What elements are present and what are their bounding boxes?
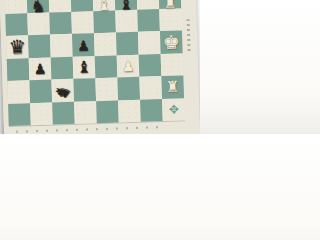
square-r6c7[interactable]: [140, 99, 163, 122]
square-r5c7[interactable]: [139, 76, 162, 99]
white-pawn[interactable]: ♟: [122, 59, 135, 73]
square-r4c4[interactable]: ♝: [73, 56, 96, 79]
square-r2c1[interactable]: [5, 13, 28, 36]
black-queen[interactable]: ♛: [9, 37, 27, 57]
square-r5c8[interactable]: ♜: [161, 76, 184, 99]
square-r3c2[interactable]: [28, 35, 51, 58]
black-bishop[interactable]: ♝: [77, 59, 92, 75]
board-grid: ♞♝♝♜♛♟♚♟♝♟♞♜✥: [5, 0, 185, 127]
square-r1c2[interactable]: ♞: [27, 0, 49, 13]
square-r5c6[interactable]: [117, 77, 140, 100]
square-r6c5[interactable]: [96, 100, 119, 123]
square-r4c2[interactable]: ♟: [29, 57, 52, 80]
square-r6c2[interactable]: [30, 102, 53, 125]
square-r6c1[interactable]: [8, 103, 31, 126]
square-r3c7[interactable]: [138, 31, 161, 54]
square-r1c3[interactable]: [49, 0, 71, 13]
square-r5c1[interactable]: [7, 80, 30, 103]
square-r4c8[interactable]: [161, 53, 184, 76]
square-r6c3[interactable]: [52, 101, 75, 124]
square-r3c1[interactable]: ♛: [6, 36, 29, 59]
square-r2c7[interactable]: [137, 9, 160, 32]
square-r3c4[interactable]: ♟: [72, 34, 95, 57]
black-bishop[interactable]: ♝: [119, 0, 134, 12]
square-r4c7[interactable]: [139, 54, 162, 77]
square-r5c3[interactable]: ♞: [51, 79, 74, 102]
square-r5c5[interactable]: [95, 78, 118, 101]
black-pawn[interactable]: ♟: [77, 38, 90, 52]
board-maker-logo: ✥: [166, 102, 181, 117]
chess-board: ♞♝♝♜♛♟♚♟♝♟♞♜✥: [0, 0, 200, 134]
square-r4c6[interactable]: ♟: [117, 55, 140, 78]
square-r6c6[interactable]: [118, 99, 141, 122]
square-r3c8[interactable]: ♚: [160, 31, 183, 54]
square-r4c3[interactable]: [51, 57, 74, 80]
square-r4c1[interactable]: [7, 58, 30, 81]
black-pawn[interactable]: ♟: [34, 62, 47, 76]
square-r2c4[interactable]: [71, 11, 94, 34]
square-r1c5[interactable]: ♝: [93, 0, 115, 11]
white-king[interactable]: ♚: [162, 33, 180, 53]
square-r6c8[interactable]: ✥: [162, 98, 185, 121]
white-rook[interactable]: ♜: [166, 79, 180, 94]
white-rook[interactable]: ♜: [163, 0, 177, 11]
square-r4c5[interactable]: [95, 55, 118, 78]
white-bishop[interactable]: ♝: [97, 0, 112, 13]
black-knight-fallen[interactable]: ♞: [52, 81, 75, 103]
square-r2c3[interactable]: [49, 12, 72, 35]
square-r3c5[interactable]: [94, 33, 117, 56]
square-r3c6[interactable]: [116, 32, 139, 55]
square-r6c4[interactable]: [74, 101, 97, 124]
black-knight[interactable]: ♞: [30, 0, 46, 15]
board-edge-maker-text: [187, 19, 191, 53]
board-frame-marks: [16, 126, 166, 133]
square-r5c4[interactable]: [73, 78, 96, 101]
square-r3c3[interactable]: [50, 34, 73, 57]
square-r1c4[interactable]: [71, 0, 93, 12]
square-r1c1[interactable]: [5, 0, 27, 14]
